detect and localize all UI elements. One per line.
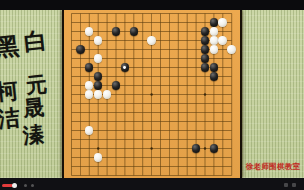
white-stone xyxy=(94,36,102,44)
black-player-name-char-2: 洁 xyxy=(0,107,21,131)
white-player-label: 白 xyxy=(23,29,48,54)
white-player-name-char-3: 溱 xyxy=(22,124,45,147)
player-control-icon[interactable] xyxy=(24,184,27,187)
last-move-marker xyxy=(123,66,126,69)
black-player-label: 黑 xyxy=(0,34,20,60)
white-stone xyxy=(103,90,111,98)
black-stone xyxy=(85,63,93,71)
white-stone xyxy=(227,45,235,53)
black-stone xyxy=(130,27,138,35)
black-stone xyxy=(201,63,209,71)
player-control-icon[interactable] xyxy=(31,184,34,187)
video-progress-knob[interactable] xyxy=(12,183,17,188)
black-stone xyxy=(121,63,129,71)
white-stone xyxy=(218,18,226,26)
tatami-background-right xyxy=(242,10,304,178)
video-frame: 黑 柯 洁 白 元 晟 溱 徐老师围棋教室 xyxy=(0,0,304,190)
white-player-name-char-2: 晟 xyxy=(22,97,45,120)
white-stone xyxy=(210,27,218,35)
black-stone xyxy=(210,144,218,152)
video-bottom-bar xyxy=(0,178,304,190)
white-player-name-char-1: 元 xyxy=(25,74,48,97)
white-stone xyxy=(94,153,102,161)
white-stone xyxy=(85,126,93,134)
black-stone xyxy=(94,72,102,80)
player-control-icon[interactable] xyxy=(284,183,288,187)
black-stone xyxy=(210,63,218,71)
board-stones-grid xyxy=(67,9,236,180)
black-stone xyxy=(201,27,209,35)
white-stone xyxy=(94,54,102,62)
white-stone xyxy=(210,36,218,44)
go-board[interactable] xyxy=(64,10,240,178)
black-stone xyxy=(210,72,218,80)
black-stone xyxy=(192,144,200,152)
black-stone xyxy=(201,45,209,53)
black-stone xyxy=(210,18,218,26)
black-stone xyxy=(112,81,120,89)
black-stone xyxy=(94,81,102,89)
white-stone xyxy=(218,36,226,44)
black-stone xyxy=(201,36,209,44)
fullscreen-icon[interactable] xyxy=(292,183,296,187)
black-stone xyxy=(112,27,120,35)
black-player-name-char-1: 柯 xyxy=(0,80,19,104)
video-top-bar xyxy=(0,0,304,10)
white-stone xyxy=(85,27,93,35)
white-stone xyxy=(85,81,93,89)
watermark-text: 徐老师围棋教室 xyxy=(244,162,302,172)
white-stone xyxy=(147,36,155,44)
black-stone xyxy=(76,45,84,53)
black-stone xyxy=(201,54,209,62)
white-stone xyxy=(94,90,102,98)
white-stone xyxy=(210,45,218,53)
white-stone xyxy=(85,90,93,98)
